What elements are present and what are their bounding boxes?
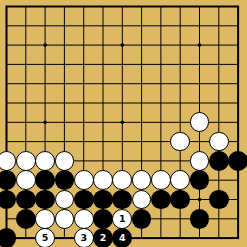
intersection-r11-c11[interactable] [209,209,228,228]
intersection-r8-c10[interactable] [190,151,209,170]
intersection-r9-c1[interactable] [16,171,35,190]
intersection-r3-c0[interactable] [0,55,16,74]
intersection-r0-c1[interactable] [16,0,35,16]
intersection-r8-c9[interactable] [171,151,190,170]
white-stone [55,209,75,229]
intersection-r12-c8[interactable] [151,228,170,247]
intersection-r3-c1[interactable] [16,55,35,74]
intersection-r1-c8[interactable] [151,16,170,35]
intersection-r5-c5[interactable] [93,93,112,112]
intersection-r2-c6[interactable] [113,35,132,54]
white-stone [35,209,55,229]
intersection-r7-c10[interactable] [190,132,209,151]
black-stone [112,190,132,210]
intersection-r0-c7[interactable] [132,0,151,16]
intersection-r9-c2[interactable] [35,171,54,190]
white-stone [16,170,36,190]
intersection-r6-c10[interactable] [190,113,209,132]
intersection-r3-c9[interactable] [171,55,190,74]
black-stone [16,190,36,210]
intersection-r0-c11[interactable] [209,0,228,16]
black-stone [35,170,55,190]
intersection-r6-c9[interactable] [171,113,190,132]
intersection-r10-c0[interactable] [0,190,16,209]
intersection-r4-c12[interactable] [228,74,247,93]
black-stone [93,209,113,229]
intersection-r1-c12[interactable] [228,16,247,35]
intersection-r0-c4[interactable] [74,0,93,16]
black-stone [0,170,16,190]
white-stone [170,170,190,190]
intersection-r4-c4[interactable] [74,74,93,93]
intersection-r7-c3[interactable] [55,132,74,151]
black-stone [190,209,210,229]
intersection-r4-c7[interactable] [132,74,151,93]
intersection-r12-c4[interactable]: 3 [74,228,93,247]
intersection-r3-c4[interactable] [74,55,93,74]
intersection-r8-c6[interactable] [113,151,132,170]
move-1-white-stone: 1 [112,209,132,229]
intersection-r2-c1[interactable] [16,35,35,54]
black-stone [209,151,229,171]
white-stone [55,190,75,210]
intersection-r10-c10[interactable] [190,190,209,209]
intersection-r5-c12[interactable] [228,93,247,112]
intersection-r6-c0[interactable] [0,113,16,132]
intersection-r3-c8[interactable] [151,55,170,74]
intersection-r2-c9[interactable] [171,35,190,54]
intersection-r7-c7[interactable] [132,132,151,151]
intersection-r4-c2[interactable] [35,74,54,93]
intersection-r8-c4[interactable] [74,151,93,170]
intersection-r4-c0[interactable] [0,74,16,93]
intersection-r9-c10[interactable] [190,171,209,190]
intersection-r10-c7[interactable] [132,190,151,209]
black-stone [16,209,36,229]
intersection-r5-c6[interactable] [113,93,132,112]
intersection-r12-c11[interactable] [209,228,228,247]
intersection-r6-c12[interactable] [228,113,247,132]
intersection-r1-c11[interactable] [209,16,228,35]
intersection-r3-c7[interactable] [132,55,151,74]
white-stone [74,170,94,190]
white-stone [151,170,171,190]
white-stone [55,151,75,171]
board-grid: 15324 [0,0,247,247]
intersection-r5-c8[interactable] [151,93,170,112]
go-board: 15324 [0,0,247,247]
white-stone [190,151,210,171]
intersection-r2-c2[interactable] [35,35,54,54]
white-stone [93,170,113,190]
intersection-r6-c4[interactable] [74,113,93,132]
intersection-r1-c7[interactable] [132,16,151,35]
intersection-r0-c12[interactable] [228,0,247,16]
black-stone [0,228,16,247]
intersection-r5-c2[interactable] [35,93,54,112]
white-stone [132,190,152,210]
intersection-r6-c7[interactable] [132,113,151,132]
white-stone [112,170,132,190]
intersection-r9-c0[interactable] [0,171,16,190]
intersection-r6-c11[interactable] [209,113,228,132]
intersection-r0-c9[interactable] [171,0,190,16]
intersection-r1-c1[interactable] [16,16,35,35]
intersection-r5-c9[interactable] [171,93,190,112]
intersection-r6-c8[interactable] [151,113,170,132]
intersection-r10-c12[interactable] [228,190,247,209]
intersection-r1-c5[interactable] [93,16,112,35]
intersection-r2-c7[interactable] [132,35,151,54]
intersection-r9-c5[interactable] [93,171,112,190]
intersection-r12-c2[interactable]: 5 [35,228,54,247]
intersection-r2-c8[interactable] [151,35,170,54]
intersection-r11-c5[interactable] [93,209,112,228]
intersection-r5-c10[interactable] [190,93,209,112]
black-stone [151,190,171,210]
intersection-r6-c1[interactable] [16,113,35,132]
intersection-r8-c2[interactable] [35,151,54,170]
intersection-r1-c4[interactable] [74,16,93,35]
intersection-r9-c4[interactable] [74,171,93,190]
intersection-r5-c11[interactable] [209,93,228,112]
intersection-r12-c9[interactable] [171,228,190,247]
intersection-r11-c8[interactable] [151,209,170,228]
intersection-r10-c5[interactable] [93,190,112,209]
move-5-white-stone: 5 [35,228,55,247]
white-stone [35,151,55,171]
intersection-r7-c12[interactable] [228,132,247,151]
intersection-r12-c7[interactable] [132,228,151,247]
intersection-r4-c5[interactable] [93,74,112,93]
intersection-r10-c8[interactable] [151,190,170,209]
intersection-r8-c3[interactable] [55,151,74,170]
intersection-r7-c2[interactable] [35,132,54,151]
white-stone [209,132,229,152]
intersection-r0-c6[interactable] [113,0,132,16]
intersection-r10-c4[interactable] [74,190,93,209]
intersection-r12-c3[interactable] [55,228,74,247]
intersection-r6-c6[interactable] [113,113,132,132]
intersection-r10-c2[interactable] [35,190,54,209]
intersection-r7-c0[interactable] [0,132,16,151]
intersection-r9-c8[interactable] [151,171,170,190]
black-stone [55,170,75,190]
black-stone [93,190,113,210]
intersection-r1-c6[interactable] [113,16,132,35]
intersection-r3-c11[interactable] [209,55,228,74]
intersection-r11-c0[interactable] [0,209,16,228]
intersection-r5-c1[interactable] [16,93,35,112]
intersection-r9-c11[interactable] [209,171,228,190]
intersection-r10-c3[interactable] [55,190,74,209]
intersection-r3-c2[interactable] [35,55,54,74]
white-stone [16,151,36,171]
black-stone [228,151,247,171]
black-stone [35,190,55,210]
intersection-r8-c12[interactable] [228,151,247,170]
intersection-r4-c1[interactable] [16,74,35,93]
intersection-r1-c10[interactable] [190,16,209,35]
intersection-r2-c11[interactable] [209,35,228,54]
intersection-r12-c12[interactable] [228,228,247,247]
intersection-r7-c4[interactable] [74,132,93,151]
intersection-r10-c1[interactable] [16,190,35,209]
intersection-r8-c7[interactable] [132,151,151,170]
intersection-r2-c3[interactable] [55,35,74,54]
intersection-r7-c9[interactable] [171,132,190,151]
intersection-r3-c12[interactable] [228,55,247,74]
intersection-r5-c3[interactable] [55,93,74,112]
intersection-r9-c3[interactable] [55,171,74,190]
intersection-r12-c5[interactable]: 2 [93,228,112,247]
intersection-r11-c10[interactable] [190,209,209,228]
intersection-r4-c3[interactable] [55,74,74,93]
intersection-r5-c4[interactable] [74,93,93,112]
intersection-r7-c1[interactable] [16,132,35,151]
intersection-r5-c0[interactable] [0,93,16,112]
intersection-r11-c1[interactable] [16,209,35,228]
intersection-r0-c5[interactable] [93,0,112,16]
intersection-r11-c6[interactable]: 1 [113,209,132,228]
intersection-r10-c9[interactable] [171,190,190,209]
intersection-r8-c1[interactable] [16,151,35,170]
black-stone [132,209,152,229]
intersection-r8-c8[interactable] [151,151,170,170]
intersection-r7-c6[interactable] [113,132,132,151]
intersection-r4-c10[interactable] [190,74,209,93]
intersection-r7-c11[interactable] [209,132,228,151]
intersection-r0-c0[interactable] [0,0,16,16]
intersection-r12-c10[interactable] [190,228,209,247]
intersection-r6-c5[interactable] [93,113,112,132]
black-stone [0,190,16,210]
white-stone [190,112,210,132]
intersection-r11-c2[interactable] [35,209,54,228]
intersection-r4-c9[interactable] [171,74,190,93]
intersection-r1-c3[interactable] [55,16,74,35]
intersection-r6-c3[interactable] [55,113,74,132]
intersection-r3-c6[interactable] [113,55,132,74]
intersection-r5-c7[interactable] [132,93,151,112]
intersection-r7-c8[interactable] [151,132,170,151]
white-stone [132,170,152,190]
intersection-r11-c3[interactable] [55,209,74,228]
intersection-r9-c12[interactable] [228,171,247,190]
white-stone [0,151,16,171]
intersection-r8-c5[interactable] [93,151,112,170]
intersection-r10-c11[interactable] [209,190,228,209]
black-stone [170,190,190,210]
intersection-r2-c12[interactable] [228,35,247,54]
intersection-r4-c6[interactable] [113,74,132,93]
move-3-white-stone: 3 [74,228,94,247]
move-2-black-stone: 2 [93,228,113,247]
intersection-r6-c2[interactable] [35,113,54,132]
black-stone [74,190,94,210]
intersection-r11-c9[interactable] [171,209,190,228]
intersection-r0-c2[interactable] [35,0,54,16]
intersection-r9-c9[interactable] [171,171,190,190]
intersection-r3-c10[interactable] [190,55,209,74]
intersection-r9-c6[interactable] [113,171,132,190]
intersection-r12-c6[interactable]: 4 [113,228,132,247]
intersection-r11-c7[interactable] [132,209,151,228]
intersection-r2-c10[interactable] [190,35,209,54]
intersection-r4-c11[interactable] [209,74,228,93]
intersection-r1-c2[interactable] [35,16,54,35]
intersection-r8-c0[interactable] [0,151,16,170]
intersection-r12-c1[interactable] [16,228,35,247]
black-stone [190,170,210,190]
intersection-r1-c0[interactable] [0,16,16,35]
intersection-r12-c0[interactable] [0,228,16,247]
intersection-r0-c10[interactable] [190,0,209,16]
intersection-r9-c7[interactable] [132,171,151,190]
intersection-r1-c9[interactable] [171,16,190,35]
intersection-r11-c4[interactable] [74,209,93,228]
intersection-r2-c4[interactable] [74,35,93,54]
move-4-black-stone: 4 [112,228,132,247]
intersection-r11-c12[interactable] [228,209,247,228]
black-stone [209,190,229,210]
intersection-r4-c8[interactable] [151,74,170,93]
white-stone [170,132,190,152]
intersection-r7-c5[interactable] [93,132,112,151]
intersection-r0-c8[interactable] [151,0,170,16]
white-stone [74,209,94,229]
intersection-r2-c5[interactable] [93,35,112,54]
intersection-r3-c5[interactable] [93,55,112,74]
intersection-r0-c3[interactable] [55,0,74,16]
intersection-r2-c0[interactable] [0,35,16,54]
intersection-r10-c6[interactable] [113,190,132,209]
intersection-r8-c11[interactable] [209,151,228,170]
intersection-r3-c3[interactable] [55,55,74,74]
